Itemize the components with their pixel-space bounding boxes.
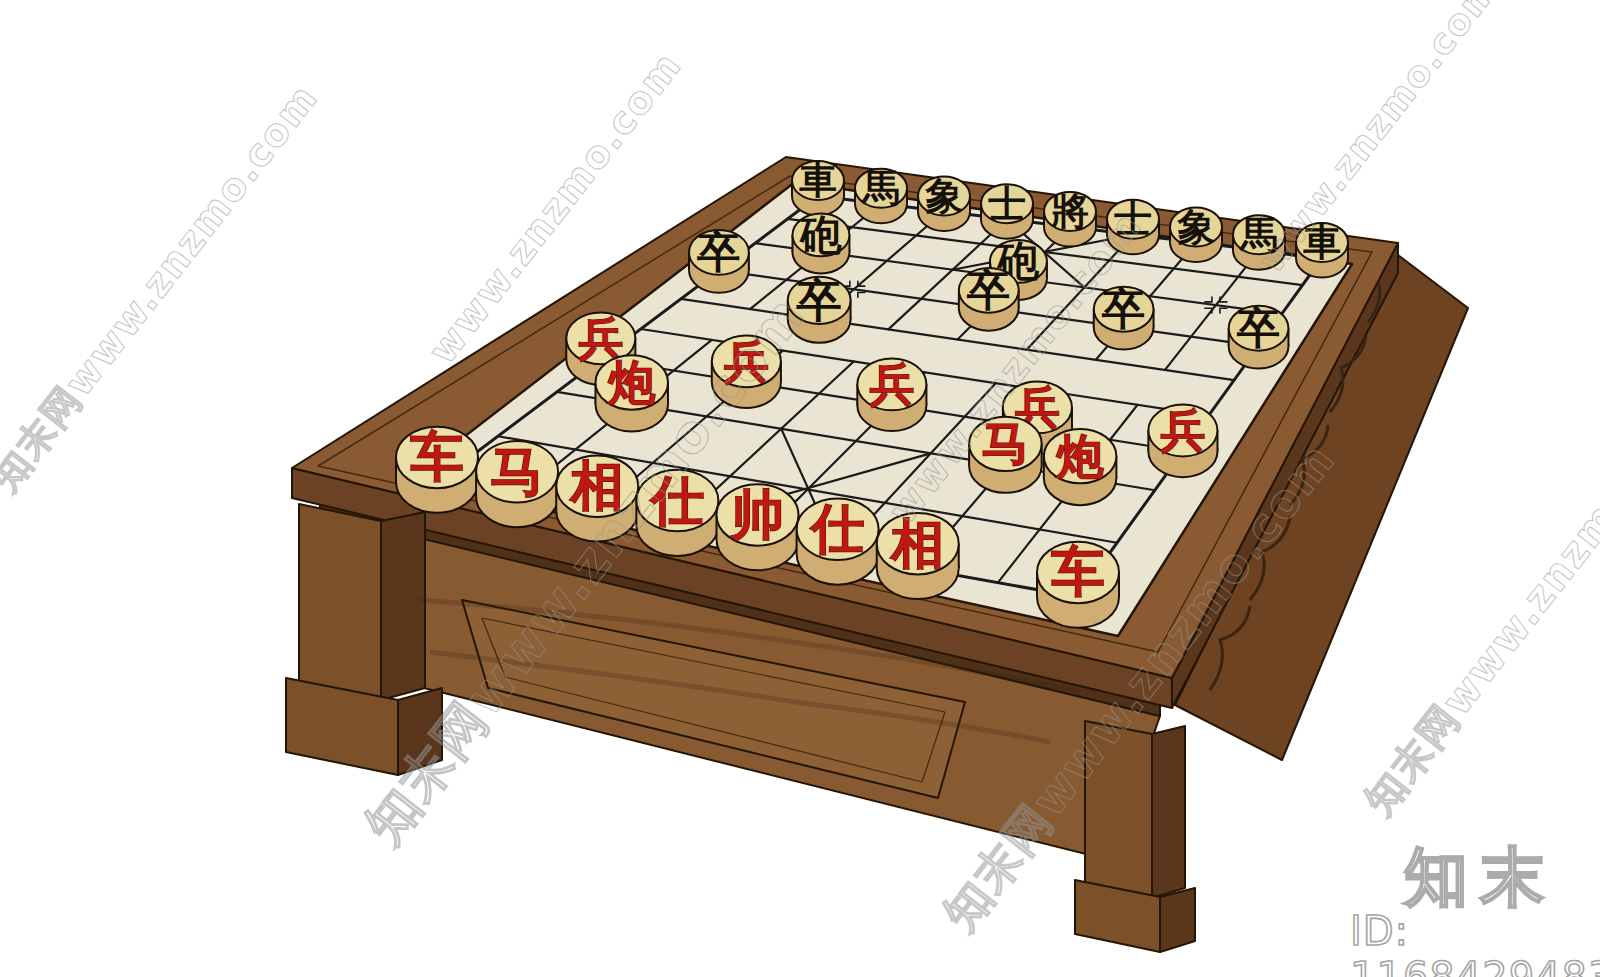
piece-red-chariot-i1[interactable]: 车 [1037,541,1119,627]
piece-red-soldier-c4[interactable]: 兵 [712,335,781,408]
piece-glyph: 象 [1176,205,1215,249]
piece-black-chariot-a10[interactable]: 車 [792,158,844,215]
piece-black-horse-b10[interactable]: 馬 [855,166,907,223]
piece-black-elephant-g10[interactable]: 象 [1170,205,1222,262]
piece-red-horse-b1[interactable]: 马 [476,441,558,527]
piece-glyph: 馬 [860,166,900,210]
piece-glyph: 將 [1050,189,1089,233]
piece-glyph: 卒 [966,265,1010,315]
piece-glyph: 马 [490,441,543,503]
piece-black-soldier-e7[interactable]: 卒 [959,265,1019,330]
near-foot-side [1160,888,1195,952]
piece-glyph: 兵 [1159,404,1205,457]
piece-glyph: 卒 [795,274,842,327]
piece-red-cannon-h3[interactable]: 炮 [1044,429,1117,505]
piece-glyph: 士 [1113,197,1152,241]
piece-red-chariot-a1[interactable]: 车 [396,426,478,512]
piece-black-elephant-c10[interactable]: 象 [918,174,970,231]
xiangqi-table-scene: 車馬象士將士象馬砲車卒砲卒卒卒卒兵兵炮兵兵兵马炮车马相仕帅仕相车 [0,0,1600,977]
piece-red-advisor-f1[interactable]: 仕 [797,498,879,584]
product-render: 車馬象士將士象馬砲車卒砲卒卒卒卒兵兵炮兵兵兵马炮车马相仕帅仕相车 知末网www.… [0,0,1600,977]
piece-glyph: 兵 [868,358,914,411]
piece-red-advisor-d1[interactable]: 仕 [636,470,718,556]
near-leg [1085,721,1152,898]
piece-black-soldier-a7[interactable]: 卒 [689,227,749,292]
piece-glyph: 兵 [723,335,769,388]
piece-red-cannon-b3[interactable]: 炮 [595,355,668,431]
piece-red-horse-g3[interactable]: 马 [969,416,1042,492]
left-foot-side [398,688,442,775]
piece-black-cannon-b8[interactable]: 砲 [792,211,849,273]
piece-glyph: 仕 [649,470,704,532]
piece-glyph: 车 [410,426,463,488]
left-leg [299,504,381,700]
piece-glyph: 砲 [798,211,842,259]
piece-glyph: 士 [987,182,1026,226]
piece-black-advisor-f10[interactable]: 士 [1107,197,1159,254]
piece-glyph: 帅 [730,484,784,546]
left-leg-side [381,512,425,700]
piece-black-chariot-i10[interactable]: 車 [1296,220,1348,277]
piece-glyph: 卒 [1236,303,1280,353]
piece-glyph: 馬 [1238,213,1278,257]
piece-glyph: 卒 [696,227,740,277]
piece-black-general-e10[interactable]: 將 [1044,189,1096,246]
piece-black-soldier-i7[interactable]: 卒 [1229,303,1289,368]
piece-glyph: 炮 [606,355,656,410]
piece-glyph: 炮 [1055,429,1105,484]
piece-glyph: 马 [982,416,1029,471]
piece-red-soldier-i4[interactable]: 兵 [1148,404,1217,477]
piece-red-soldier-e4[interactable]: 兵 [857,358,926,431]
piece-black-soldier-g7[interactable]: 卒 [1094,284,1154,349]
piece-red-elephant-c1[interactable]: 相 [556,455,638,541]
piece-glyph: 仕 [809,498,864,560]
piece-glyph: 車 [798,158,837,202]
piece-red-general-e1[interactable]: 帅 [717,484,799,570]
piece-glyph: 象 [924,174,963,218]
piece-glyph: 車 [1302,220,1341,264]
asset-id: ID: 1168429483 [1350,908,1600,977]
piece-black-soldier-c6[interactable]: 卒 [788,274,851,343]
near-leg-side [1152,726,1185,898]
piece-glyph: 相 [889,513,944,575]
piece-red-elephant-g1[interactable]: 相 [877,513,959,599]
piece-glyph: 卒 [1101,284,1145,334]
piece-glyph: 相 [569,455,624,517]
piece-black-horse-h10[interactable]: 馬 [1233,213,1285,270]
piece-glyph: 车 [1051,541,1104,603]
piece-black-advisor-d10[interactable]: 士 [981,182,1033,239]
